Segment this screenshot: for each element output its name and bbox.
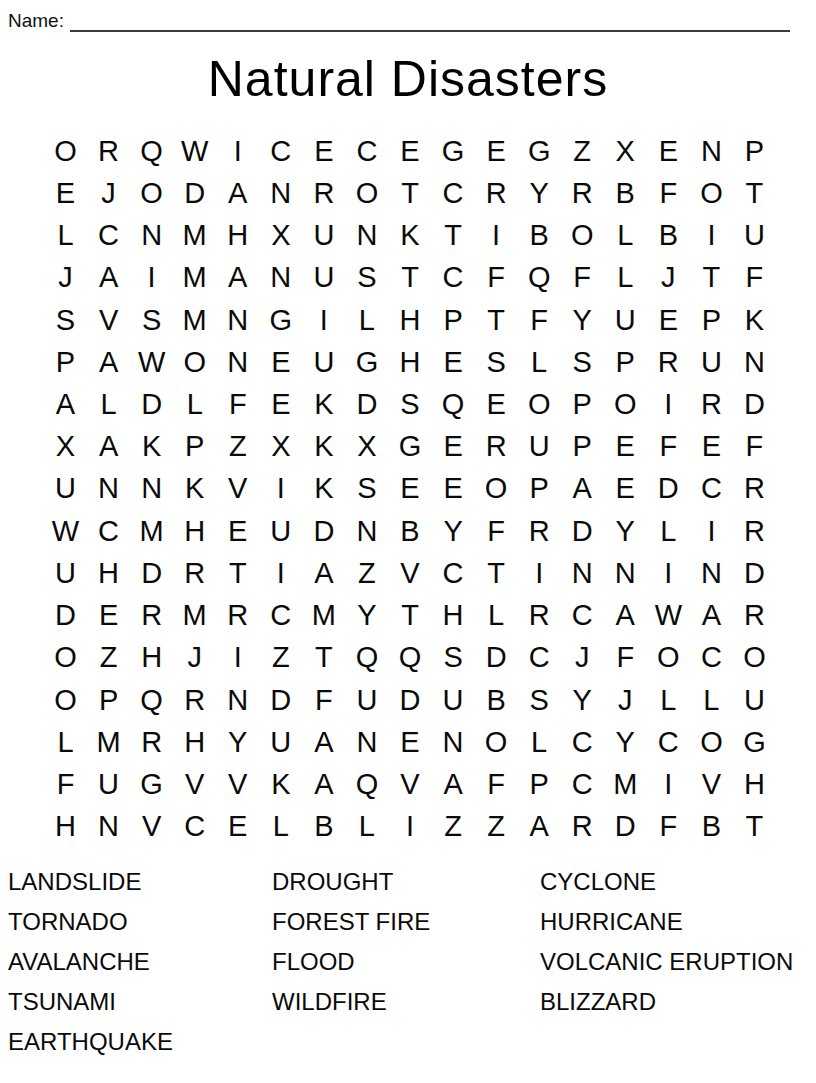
grid-cell-r8c5[interactable]: Z — [216, 426, 259, 468]
grid-cell-r5c4[interactable]: M — [173, 299, 216, 341]
grid-cell-r14c13[interactable]: Y — [561, 679, 604, 721]
grid-cell-r3c14[interactable]: L — [604, 214, 647, 256]
grid-cell-r17c2[interactable]: N — [87, 806, 130, 848]
grid-cell-r4c11[interactable]: F — [475, 257, 518, 299]
grid-cell-r3c6[interactable]: X — [259, 214, 302, 256]
grid-cell-r15c10[interactable]: N — [432, 721, 475, 763]
grid-cell-r9c16[interactable]: C — [690, 468, 733, 510]
grid-cell-r10c16[interactable]: I — [690, 510, 733, 552]
grid-cell-r5c1[interactable]: S — [44, 299, 87, 341]
grid-cell-r17c1[interactable]: H — [44, 806, 87, 848]
grid-cell-r13c9[interactable]: Q — [388, 637, 431, 679]
grid-cell-r13c13[interactable]: J — [561, 637, 604, 679]
name-header: Name: — [0, 0, 816, 32]
grid-cell-r13c7[interactable]: T — [302, 637, 345, 679]
grid-cell-r15c12[interactable]: L — [518, 721, 561, 763]
grid-cell-r5c12[interactable]: F — [518, 299, 561, 341]
grid-cell-r4c5[interactable]: A — [216, 257, 259, 299]
grid-cell-r6c14[interactable]: P — [604, 341, 647, 383]
grid-cell-r16c2[interactable]: U — [87, 764, 130, 806]
grid-cell-r13c15[interactable]: O — [647, 637, 690, 679]
grid-cell-r4c13[interactable]: F — [561, 257, 604, 299]
grid-cell-r12c10[interactable]: H — [432, 595, 475, 637]
grid-cell-r10c15[interactable]: L — [647, 510, 690, 552]
grid-cell-r2c5[interactable]: A — [216, 172, 259, 214]
grid-cell-r4c2[interactable]: A — [87, 257, 130, 299]
grid-cell-r7c13[interactable]: P — [561, 383, 604, 425]
grid-cell-r7c2[interactable]: L — [87, 383, 130, 425]
grid-cell-r4c4[interactable]: M — [173, 257, 216, 299]
grid-cell-r4c8[interactable]: S — [345, 257, 388, 299]
grid-cell-r9c8[interactable]: S — [345, 468, 388, 510]
grid-cell-r6c7[interactable]: U — [302, 341, 345, 383]
grid-cell-r9c9[interactable]: E — [388, 468, 431, 510]
grid-cell-r9c14[interactable]: E — [604, 468, 647, 510]
grid-cell-r11c2[interactable]: H — [87, 552, 130, 594]
grid-cell-r14c17[interactable]: U — [733, 679, 776, 721]
grid-cell-r17c14[interactable]: D — [604, 806, 647, 848]
grid-cell-r6c15[interactable]: R — [647, 341, 690, 383]
grid-cell-r10c11[interactable]: F — [475, 510, 518, 552]
grid-cell-r10c7[interactable]: D — [302, 510, 345, 552]
grid-cell-r17c6[interactable]: L — [259, 806, 302, 848]
grid-cell-r13c6[interactable]: Z — [259, 637, 302, 679]
grid-cell-r1c8[interactable]: C — [345, 130, 388, 172]
grid-cell-r11c16[interactable]: N — [690, 552, 733, 594]
grid-cell-r15c17[interactable]: G — [733, 721, 776, 763]
grid-cell-r1c2[interactable]: R — [87, 130, 130, 172]
word-item: AVALANCHE — [8, 942, 272, 982]
grid-cell-r7c4[interactable]: L — [173, 383, 216, 425]
grid-cell-r14c5[interactable]: N — [216, 679, 259, 721]
grid-cell-r11c6[interactable]: I — [259, 552, 302, 594]
grid-cell-r11c13[interactable]: N — [561, 552, 604, 594]
grid-cell-r17c3[interactable]: V — [130, 806, 173, 848]
name-input-line[interactable] — [70, 10, 790, 32]
grid-cell-r9c6[interactable]: I — [259, 468, 302, 510]
grid-cell-r7c11[interactable]: E — [475, 383, 518, 425]
grid-cell-r3c15[interactable]: B — [647, 214, 690, 256]
grid-cell-r13c12[interactable]: C — [518, 637, 561, 679]
grid-cell-r5c8[interactable]: L — [345, 299, 388, 341]
grid-cell-r3c9[interactable]: K — [388, 214, 431, 256]
grid-cell-r7c14[interactable]: O — [604, 383, 647, 425]
grid-cell-r9c15[interactable]: D — [647, 468, 690, 510]
grid-cell-r8c4[interactable]: P — [173, 426, 216, 468]
grid-cell-r10c10[interactable]: Y — [432, 510, 475, 552]
grid-cell-r12c7[interactable]: M — [302, 595, 345, 637]
grid-cell-r13c5[interactable]: I — [216, 637, 259, 679]
grid-cell-r5c13[interactable]: Y — [561, 299, 604, 341]
grid-cell-r12c17[interactable]: R — [733, 595, 776, 637]
grid-cell-r16c12[interactable]: P — [518, 764, 561, 806]
grid-cell-r14c12[interactable]: S — [518, 679, 561, 721]
grid-cell-r10c4[interactable]: H — [173, 510, 216, 552]
grid-cell-r14c3[interactable]: Q — [130, 679, 173, 721]
grid-cell-r9c2[interactable]: N — [87, 468, 130, 510]
grid-cell-r1c4[interactable]: W — [173, 130, 216, 172]
grid-cell-r3c13[interactable]: O — [561, 214, 604, 256]
grid-cell-r3c2[interactable]: C — [87, 214, 130, 256]
grid-cell-r6c4[interactable]: O — [173, 341, 216, 383]
grid-cell-r16c1[interactable]: F — [44, 764, 87, 806]
grid-cell-r7c10[interactable]: Q — [432, 383, 475, 425]
grid-cell-r9c17[interactable]: R — [733, 468, 776, 510]
grid-cell-r1c10[interactable]: G — [432, 130, 475, 172]
grid-cell-r14c14[interactable]: J — [604, 679, 647, 721]
grid-cell-r9c7[interactable]: K — [302, 468, 345, 510]
grid-cell-r17c10[interactable]: Z — [432, 806, 475, 848]
grid-cell-r5c9[interactable]: H — [388, 299, 431, 341]
grid-cell-r12c16[interactable]: A — [690, 595, 733, 637]
word-item: BLIZZARD — [540, 982, 816, 1022]
grid-cell-r3c7[interactable]: U — [302, 214, 345, 256]
grid-cell-r12c11[interactable]: L — [475, 595, 518, 637]
grid-cell-r6c6[interactable]: E — [259, 341, 302, 383]
grid-cell-r8c10[interactable]: E — [432, 426, 475, 468]
grid-cell-r15c15[interactable]: C — [647, 721, 690, 763]
grid-cell-r13c2[interactable]: Z — [87, 637, 130, 679]
grid-cell-r16c14[interactable]: M — [604, 764, 647, 806]
grid-cell-r6c17[interactable]: N — [733, 341, 776, 383]
grid-cell-r5c10[interactable]: P — [432, 299, 475, 341]
grid-cell-r13c16[interactable]: C — [690, 637, 733, 679]
grid-cell-r7c12[interactable]: O — [518, 383, 561, 425]
grid-cell-r14c15[interactable]: L — [647, 679, 690, 721]
grid-cell-r2c15[interactable]: F — [647, 172, 690, 214]
grid-cell-r10c3[interactable]: M — [130, 510, 173, 552]
grid-cell-r5c7[interactable]: I — [302, 299, 345, 341]
grid-cell-r10c17[interactable]: R — [733, 510, 776, 552]
grid-cell-r14c2[interactable]: P — [87, 679, 130, 721]
grid-cell-r16c11[interactable]: F — [475, 764, 518, 806]
grid-cell-r1c6[interactable]: C — [259, 130, 302, 172]
grid-cell-r12c2[interactable]: E — [87, 595, 130, 637]
grid-cell-r2c9[interactable]: T — [388, 172, 431, 214]
grid-cell-r13c17[interactable]: O — [733, 637, 776, 679]
grid-cell-r3c5[interactable]: H — [216, 214, 259, 256]
grid-cell-r8c2[interactable]: A — [87, 426, 130, 468]
grid-cell-r15c11[interactable]: O — [475, 721, 518, 763]
grid-cell-r17c13[interactable]: R — [561, 806, 604, 848]
grid-cell-r17c11[interactable]: Z — [475, 806, 518, 848]
grid-cell-r7c9[interactable]: S — [388, 383, 431, 425]
grid-cell-r13c8[interactable]: Q — [345, 637, 388, 679]
grid-cell-r11c1[interactable]: U — [44, 552, 87, 594]
grid-cell-r13c3[interactable]: H — [130, 637, 173, 679]
grid-cell-r6c12[interactable]: L — [518, 341, 561, 383]
grid-cell-r14c8[interactable]: U — [345, 679, 388, 721]
grid-cell-r12c5[interactable]: R — [216, 595, 259, 637]
grid-cell-r16c15[interactable]: I — [647, 764, 690, 806]
grid-cell-r2c10[interactable]: C — [432, 172, 475, 214]
grid-cell-r2c7[interactable]: R — [302, 172, 345, 214]
grid-cell-r16c9[interactable]: V — [388, 764, 431, 806]
grid-cell-r15c8[interactable]: N — [345, 721, 388, 763]
grid-cell-r16c3[interactable]: G — [130, 764, 173, 806]
grid-cell-r12c12[interactable]: R — [518, 595, 561, 637]
grid-cell-r12c6[interactable]: C — [259, 595, 302, 637]
grid-cell-r2c12[interactable]: Y — [518, 172, 561, 214]
grid-cell-r12c9[interactable]: T — [388, 595, 431, 637]
grid-cell-r4c14[interactable]: L — [604, 257, 647, 299]
grid-cell-r11c8[interactable]: Z — [345, 552, 388, 594]
grid-cell-r8c7[interactable]: K — [302, 426, 345, 468]
grid-cell-r11c5[interactable]: T — [216, 552, 259, 594]
grid-cell-r15c13[interactable]: C — [561, 721, 604, 763]
grid-cell-r2c6[interactable]: N — [259, 172, 302, 214]
grid-cell-r5c5[interactable]: N — [216, 299, 259, 341]
grid-cell-r7c3[interactable]: D — [130, 383, 173, 425]
grid-cell-r1c16[interactable]: N — [690, 130, 733, 172]
grid-cell-r8c13[interactable]: P — [561, 426, 604, 468]
grid-cell-r2c16[interactable]: O — [690, 172, 733, 214]
grid-cell-r11c10[interactable]: C — [432, 552, 475, 594]
grid-cell-r12c8[interactable]: Y — [345, 595, 388, 637]
grid-cell-r10c8[interactable]: N — [345, 510, 388, 552]
grid-cell-r11c7[interactable]: A — [302, 552, 345, 594]
grid-cell-r11c11[interactable]: T — [475, 552, 518, 594]
grid-cell-r5c15[interactable]: E — [647, 299, 690, 341]
grid-cell-r2c1[interactable]: E — [44, 172, 87, 214]
grid-cell-r7c1[interactable]: A — [44, 383, 87, 425]
grid-cell-r8c15[interactable]: F — [647, 426, 690, 468]
grid-cell-r1c15[interactable]: E — [647, 130, 690, 172]
grid-cell-r8c14[interactable]: E — [604, 426, 647, 468]
grid-cell-r10c9[interactable]: B — [388, 510, 431, 552]
grid-cell-r6c13[interactable]: S — [561, 341, 604, 383]
grid-cell-r11c17[interactable]: D — [733, 552, 776, 594]
grid-cell-r16c17[interactable]: H — [733, 764, 776, 806]
grid-cell-r8c12[interactable]: U — [518, 426, 561, 468]
grid-cell-r9c11[interactable]: O — [475, 468, 518, 510]
word-item: EARTHQUAKE — [8, 1022, 272, 1062]
grid-cell-r12c14[interactable]: A — [604, 595, 647, 637]
grid-cell-r6c5[interactable]: N — [216, 341, 259, 383]
grid-cell-r8c1[interactable]: X — [44, 426, 87, 468]
grid-cell-r17c4[interactable]: C — [173, 806, 216, 848]
grid-cell-r1c17[interactable]: P — [733, 130, 776, 172]
grid-cell-r1c11[interactable]: E — [475, 130, 518, 172]
grid-cell-r1c13[interactable]: Z — [561, 130, 604, 172]
grid-cell-r11c12[interactable]: I — [518, 552, 561, 594]
word-item: FLOOD — [272, 942, 540, 982]
grid-cell-r17c8[interactable]: L — [345, 806, 388, 848]
grid-cell-r5c14[interactable]: U — [604, 299, 647, 341]
grid-cell-r6c8[interactable]: G — [345, 341, 388, 383]
grid-cell-r7c5[interactable]: F — [216, 383, 259, 425]
grid-cell-r7c8[interactable]: D — [345, 383, 388, 425]
grid-cell-r14c7[interactable]: F — [302, 679, 345, 721]
grid-cell-r11c14[interactable]: N — [604, 552, 647, 594]
grid-cell-r3c10[interactable]: T — [432, 214, 475, 256]
grid-cell-r16c10[interactable]: A — [432, 764, 475, 806]
grid-cell-r2c11[interactable]: R — [475, 172, 518, 214]
grid-cell-r13c10[interactable]: S — [432, 637, 475, 679]
grid-cell-r16c7[interactable]: A — [302, 764, 345, 806]
grid-cell-r9c12[interactable]: P — [518, 468, 561, 510]
grid-cell-r15c2[interactable]: M — [87, 721, 130, 763]
grid-cell-r14c16[interactable]: L — [690, 679, 733, 721]
grid-cell-r12c15[interactable]: W — [647, 595, 690, 637]
grid-cell-r6c9[interactable]: H — [388, 341, 431, 383]
grid-cell-r4c12[interactable]: Q — [518, 257, 561, 299]
grid-cell-r6c10[interactable]: E — [432, 341, 475, 383]
grid-cell-r7c7[interactable]: K — [302, 383, 345, 425]
grid-cell-r8c16[interactable]: E — [690, 426, 733, 468]
grid-cell-r2c3[interactable]: O — [130, 172, 173, 214]
grid-cell-r4c16[interactable]: T — [690, 257, 733, 299]
grid-cell-r8c9[interactable]: G — [388, 426, 431, 468]
word-item: TORNADO — [8, 902, 272, 942]
word-item: WILDFIRE — [272, 982, 540, 1022]
grid-cell-r3c1[interactable]: L — [44, 214, 87, 256]
grid-cell-r12c1[interactable]: D — [44, 595, 87, 637]
page-title: Natural Disasters — [0, 48, 816, 110]
grid-cell-r13c11[interactable]: D — [475, 637, 518, 679]
grid-cell-r2c2[interactable]: J — [87, 172, 130, 214]
grid-cell-r10c6[interactable]: U — [259, 510, 302, 552]
grid-cell-r3c8[interactable]: N — [345, 214, 388, 256]
grid-cell-r13c4[interactable]: J — [173, 637, 216, 679]
grid-cell-r15c7[interactable]: A — [302, 721, 345, 763]
grid-cell-r15c9[interactable]: E — [388, 721, 431, 763]
grid-cell-r14c4[interactable]: R — [173, 679, 216, 721]
grid-cell-r10c1[interactable]: W — [44, 510, 87, 552]
grid-cell-r17c16[interactable]: B — [690, 806, 733, 848]
grid-cell-r10c5[interactable]: E — [216, 510, 259, 552]
grid-cell-r8c8[interactable]: X — [345, 426, 388, 468]
grid-cell-r17c5[interactable]: E — [216, 806, 259, 848]
name-label: Name: — [8, 10, 64, 32]
grid-cell-r8c17[interactable]: F — [733, 426, 776, 468]
grid-cell-r1c9[interactable]: E — [388, 130, 431, 172]
grid-cell-r12c4[interactable]: M — [173, 595, 216, 637]
grid-cell-r5c6[interactable]: G — [259, 299, 302, 341]
grid-cell-r3c3[interactable]: N — [130, 214, 173, 256]
grid-cell-r1c3[interactable]: Q — [130, 130, 173, 172]
grid-cell-r15c4[interactable]: H — [173, 721, 216, 763]
grid-cell-r10c13[interactable]: D — [561, 510, 604, 552]
grid-cell-r4c7[interactable]: U — [302, 257, 345, 299]
grid-cell-r4c1[interactable]: J — [44, 257, 87, 299]
grid-cell-r5c17[interactable]: K — [733, 299, 776, 341]
grid-cell-r4c3[interactable]: I — [130, 257, 173, 299]
grid-cell-r16c4[interactable]: V — [173, 764, 216, 806]
grid-cell-r17c15[interactable]: F — [647, 806, 690, 848]
grid-cell-r9c5[interactable]: V — [216, 468, 259, 510]
grid-cell-r16c5[interactable]: V — [216, 764, 259, 806]
grid-cell-r7c16[interactable]: R — [690, 383, 733, 425]
grid-cell-r9c3[interactable]: N — [130, 468, 173, 510]
grid-cell-r14c6[interactable]: D — [259, 679, 302, 721]
grid-cell-r17c17[interactable]: T — [733, 806, 776, 848]
grid-cell-r17c12[interactable]: A — [518, 806, 561, 848]
grid-cell-r10c12[interactable]: R — [518, 510, 561, 552]
grid-cell-r15c3[interactable]: R — [130, 721, 173, 763]
grid-cell-r14c10[interactable]: U — [432, 679, 475, 721]
grid-cell-r15c14[interactable]: Y — [604, 721, 647, 763]
grid-cell-r6c11[interactable]: S — [475, 341, 518, 383]
grid-cell-r2c17[interactable]: T — [733, 172, 776, 214]
grid-cell-r12c13[interactable]: C — [561, 595, 604, 637]
grid-cell-r7c6[interactable]: E — [259, 383, 302, 425]
grid-cell-r14c1[interactable]: O — [44, 679, 87, 721]
grid-cell-r5c11[interactable]: T — [475, 299, 518, 341]
grid-cell-r5c2[interactable]: V — [87, 299, 130, 341]
grid-cell-r16c8[interactable]: Q — [345, 764, 388, 806]
grid-cell-r4c17[interactable]: F — [733, 257, 776, 299]
grid-cell-r16c6[interactable]: K — [259, 764, 302, 806]
grid-cell-r2c4[interactable]: D — [173, 172, 216, 214]
grid-cell-r9c13[interactable]: A — [561, 468, 604, 510]
grid-cell-r4c6[interactable]: N — [259, 257, 302, 299]
grid-cell-r16c16[interactable]: V — [690, 764, 733, 806]
grid-cell-r3c11[interactable]: I — [475, 214, 518, 256]
grid-cell-r6c2[interactable]: A — [87, 341, 130, 383]
grid-cell-r2c8[interactable]: O — [345, 172, 388, 214]
grid-cell-r5c3[interactable]: S — [130, 299, 173, 341]
grid-cell-r15c6[interactable]: U — [259, 721, 302, 763]
grid-cell-r6c16[interactable]: U — [690, 341, 733, 383]
grid-cell-r13c1[interactable]: O — [44, 637, 87, 679]
grid-cell-r3c17[interactable]: U — [733, 214, 776, 256]
grid-cell-r11c15[interactable]: I — [647, 552, 690, 594]
grid-cell-r16c13[interactable]: C — [561, 764, 604, 806]
grid-cell-r11c4[interactable]: R — [173, 552, 216, 594]
grid-cell-r9c4[interactable]: K — [173, 468, 216, 510]
grid-cell-r1c12[interactable]: G — [518, 130, 561, 172]
grid-cell-r5c16[interactable]: P — [690, 299, 733, 341]
grid-cell-r4c15[interactable]: J — [647, 257, 690, 299]
grid-cell-r1c1[interactable]: O — [44, 130, 87, 172]
grid-cell-r3c4[interactable]: M — [173, 214, 216, 256]
grid-cell-r14c9[interactable]: D — [388, 679, 431, 721]
grid-cell-r2c14[interactable]: B — [604, 172, 647, 214]
grid-cell-r13c14[interactable]: F — [604, 637, 647, 679]
grid-cell-r6c3[interactable]: W — [130, 341, 173, 383]
grid-cell-r1c14[interactable]: X — [604, 130, 647, 172]
grid-cell-r14c11[interactable]: B — [475, 679, 518, 721]
grid-cell-r12c3[interactable]: R — [130, 595, 173, 637]
grid-cell-r8c3[interactable]: K — [130, 426, 173, 468]
grid-cell-r4c9[interactable]: T — [388, 257, 431, 299]
grid-cell-r7c15[interactable]: I — [647, 383, 690, 425]
grid-cell-r3c16[interactable]: I — [690, 214, 733, 256]
grid-cell-r10c14[interactable]: Y — [604, 510, 647, 552]
grid-cell-r11c9[interactable]: V — [388, 552, 431, 594]
grid-cell-r1c5[interactable]: I — [216, 130, 259, 172]
grid-cell-r9c1[interactable]: U — [44, 468, 87, 510]
grid-cell-r8c6[interactable]: X — [259, 426, 302, 468]
grid-cell-r15c16[interactable]: O — [690, 721, 733, 763]
grid-cell-r7c17[interactable]: D — [733, 383, 776, 425]
word-item: HURRICANE — [540, 902, 816, 942]
grid-cell-r15c5[interactable]: Y — [216, 721, 259, 763]
grid-cell-r10c2[interactable]: C — [87, 510, 130, 552]
grid-cell-r9c10[interactable]: E — [432, 468, 475, 510]
grid-cell-r8c11[interactable]: R — [475, 426, 518, 468]
grid-cell-r17c7[interactable]: B — [302, 806, 345, 848]
grid-cell-r6c1[interactable]: P — [44, 341, 87, 383]
grid-cell-r2c13[interactable]: R — [561, 172, 604, 214]
grid-cell-r17c9[interactable]: I — [388, 806, 431, 848]
grid-cell-r1c7[interactable]: E — [302, 130, 345, 172]
grid-cell-r15c1[interactable]: L — [44, 721, 87, 763]
grid-cell-r11c3[interactable]: D — [130, 552, 173, 594]
grid-cell-r4c10[interactable]: C — [432, 257, 475, 299]
grid-cell-r3c12[interactable]: B — [518, 214, 561, 256]
